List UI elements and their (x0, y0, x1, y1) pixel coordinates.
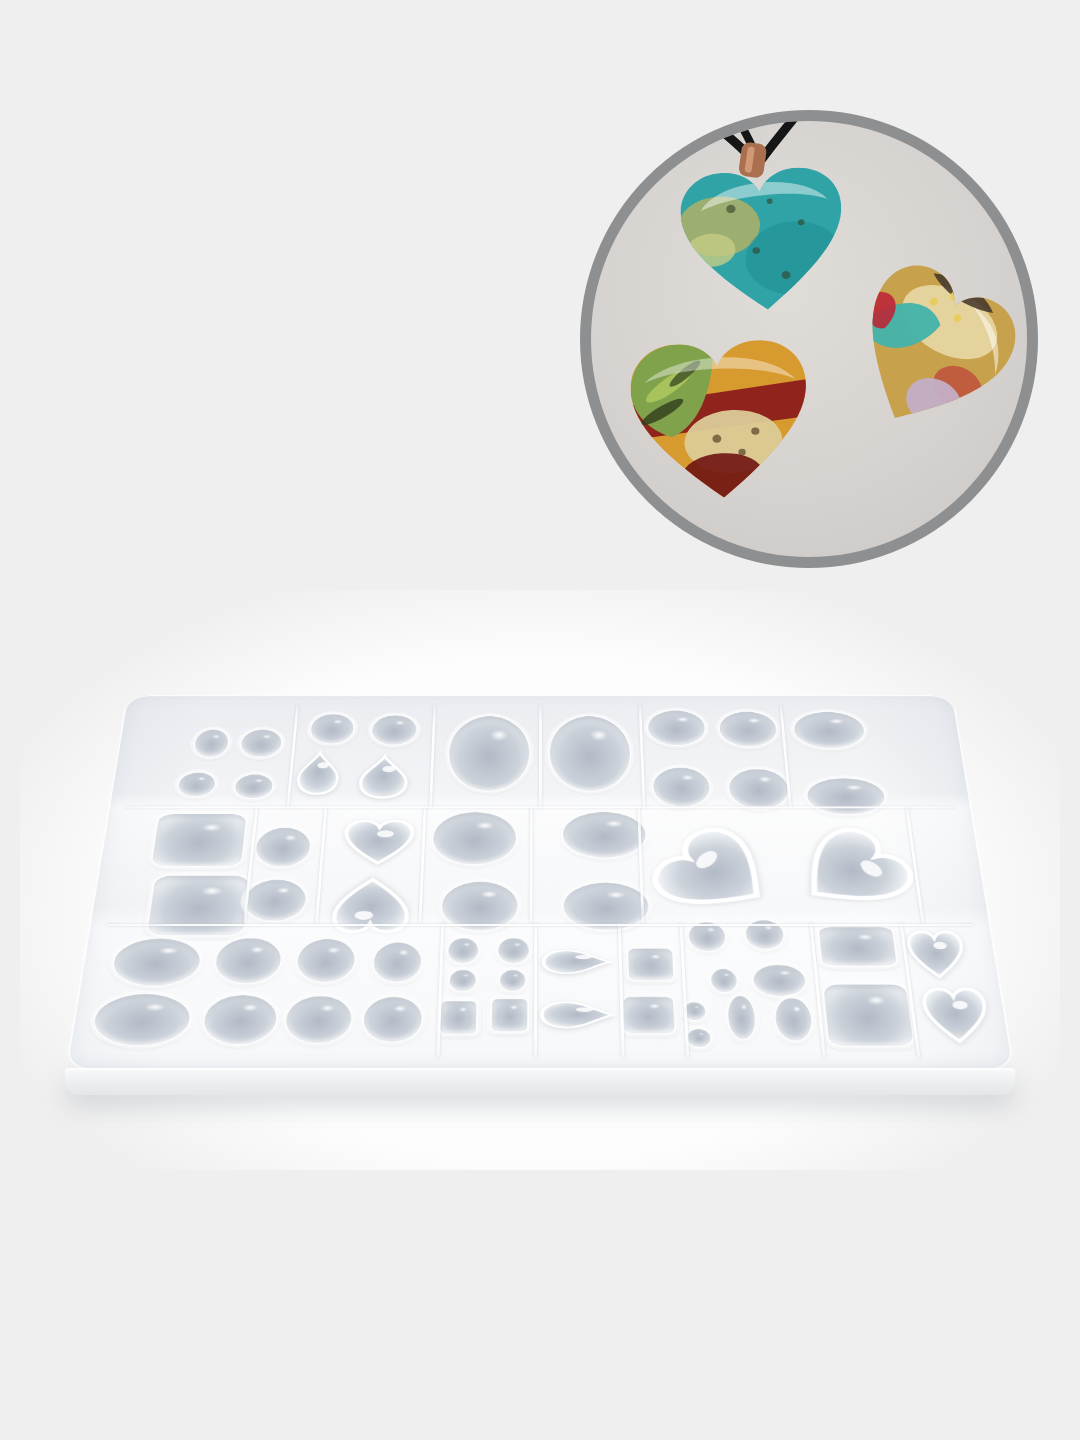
mold-seam-vertical (530, 808, 533, 923)
mold-cavity-circle (685, 1028, 713, 1049)
mold-cavity-oval (430, 811, 518, 866)
mold-seam-vertical (534, 923, 537, 1057)
pendant-bail (738, 142, 767, 179)
mold-cavity-square (145, 874, 251, 936)
mold-cavity-heart (327, 874, 415, 936)
mold-cavity-circle (651, 766, 713, 807)
mold-cavity-circle (175, 772, 218, 798)
mold-cavity-heart (339, 817, 419, 867)
mold-cavity-drop-right (539, 999, 619, 1032)
mold-cavity-oval (561, 811, 649, 859)
mold-cavity-circle (237, 729, 284, 759)
mold-cavity-oval (108, 937, 205, 987)
mold-cavity-circle (211, 936, 285, 984)
silicone-mold (65, 510, 1015, 1070)
mold-seam-vertical (618, 923, 625, 1057)
mold-cavity-oval (241, 879, 310, 922)
mold-cavity-square (822, 983, 916, 1047)
mold-seam-vertical (419, 808, 427, 923)
mold-cavity-circle (370, 941, 423, 983)
mold-cavity-oval (89, 992, 195, 1046)
mold-seam-vertical (315, 808, 327, 923)
pendant-heart-swirl (813, 234, 1027, 471)
mold-cavity-circle (282, 994, 355, 1044)
mold-cavity-oval (446, 715, 531, 792)
mold-cavity-circle (199, 993, 280, 1045)
mold-cavity-oval (750, 963, 808, 997)
mold-cavity-circle (369, 714, 419, 746)
mold-cavity-circle (446, 936, 480, 964)
mold-cavity-circle (726, 768, 791, 810)
mold-cavity-oval (548, 715, 633, 792)
mold-cavity-circle (360, 996, 424, 1044)
mold-cavity-circle (497, 936, 531, 964)
mold-seam-horizontal (125, 807, 954, 809)
mold-cavity-square (150, 813, 249, 868)
mold-cavity-circle (308, 713, 356, 745)
mold-cavity-circle (497, 968, 527, 992)
product-photo (0, 0, 1080, 1440)
mold-front-edge (65, 1068, 1015, 1095)
mold-cavity-square (439, 1000, 479, 1035)
mold-cavity-circle (293, 937, 358, 983)
mold-cavity-drop (291, 750, 346, 796)
mold-cavity-oval (725, 994, 758, 1040)
mold-cavity-drop (352, 754, 415, 800)
mold-cavity-circle (448, 968, 478, 992)
mold-cavity-circle (191, 729, 232, 759)
mold-cavity-drop-right (540, 947, 614, 977)
mold-seam-vertical (539, 705, 542, 808)
pendant-heart-marbled (613, 322, 826, 517)
mold-cavity-circle (232, 773, 276, 799)
mold-cavity-oval (804, 777, 889, 816)
mold-seam-vertical (429, 705, 436, 808)
mold-cavity-circle (790, 711, 868, 750)
mold-cavity-square (626, 947, 676, 981)
mold-cavity-oval (772, 997, 815, 1043)
mold-seam-vertical (679, 923, 689, 1057)
inset-photo-circle (580, 110, 1038, 568)
mold-cavity-heart (903, 928, 972, 982)
mold-cavity-heart (917, 984, 996, 1046)
mold-cavity-oval (252, 826, 314, 867)
mold-seam-horizontal (107, 924, 973, 926)
mold-cavity-square (489, 998, 529, 1033)
mold-cavity-square (816, 926, 899, 967)
mold-surface (65, 695, 1015, 1070)
pendants-illustration (591, 121, 1027, 557)
mold-seam-vertical (436, 923, 444, 1057)
mold-cavity-circle (709, 967, 740, 993)
mold-cavity-circle (716, 711, 779, 748)
pendant-heart-teal (664, 151, 862, 330)
mold-seam-vertical (638, 705, 645, 808)
mold-cavity-square (621, 996, 677, 1035)
mold-cavity-circle (646, 710, 708, 747)
mold-cavity-heart (631, 813, 800, 936)
